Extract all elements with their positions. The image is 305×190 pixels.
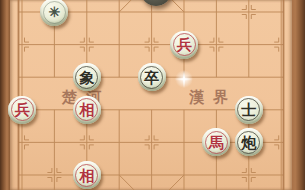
piece-label: 兵 — [8, 96, 36, 124]
piece-label: ✳ — [40, 0, 68, 26]
piece-label: 相 — [73, 161, 101, 189]
xiangqi-game-screen: 楚河 漢界 ✳兵象卒兵相士馬炮相 — [0, 0, 305, 190]
piece-hidden[interactable]: ✳ — [40, 0, 68, 26]
piece-label: 士 — [235, 96, 263, 124]
piece-label: 兵 — [170, 31, 198, 59]
piece-label: 象 — [73, 63, 101, 91]
piece-black-advisor[interactable]: 士 — [235, 96, 263, 124]
river-text-han-jie: 漢界 — [189, 88, 237, 107]
piece-red-elephant[interactable]: 相 — [73, 161, 101, 189]
piece-red-elephant[interactable]: 相 — [73, 96, 101, 124]
piece-black-cannon[interactable]: 炮 — [235, 128, 263, 156]
piece-black-soldier[interactable]: 卒 — [138, 63, 166, 91]
piece-label: 卒 — [138, 63, 166, 91]
piece-black-elephant[interactable]: 象 — [73, 63, 101, 91]
piece-red-horse[interactable]: 馬 — [202, 128, 230, 156]
piece-red-soldier[interactable]: 兵 — [170, 31, 198, 59]
piece-red-soldier[interactable]: 兵 — [8, 96, 36, 124]
piece-label: 馬 — [202, 128, 230, 156]
piece-label: 炮 — [235, 128, 263, 156]
piece-label: 相 — [73, 96, 101, 124]
wood-frame-right — [292, 0, 305, 190]
